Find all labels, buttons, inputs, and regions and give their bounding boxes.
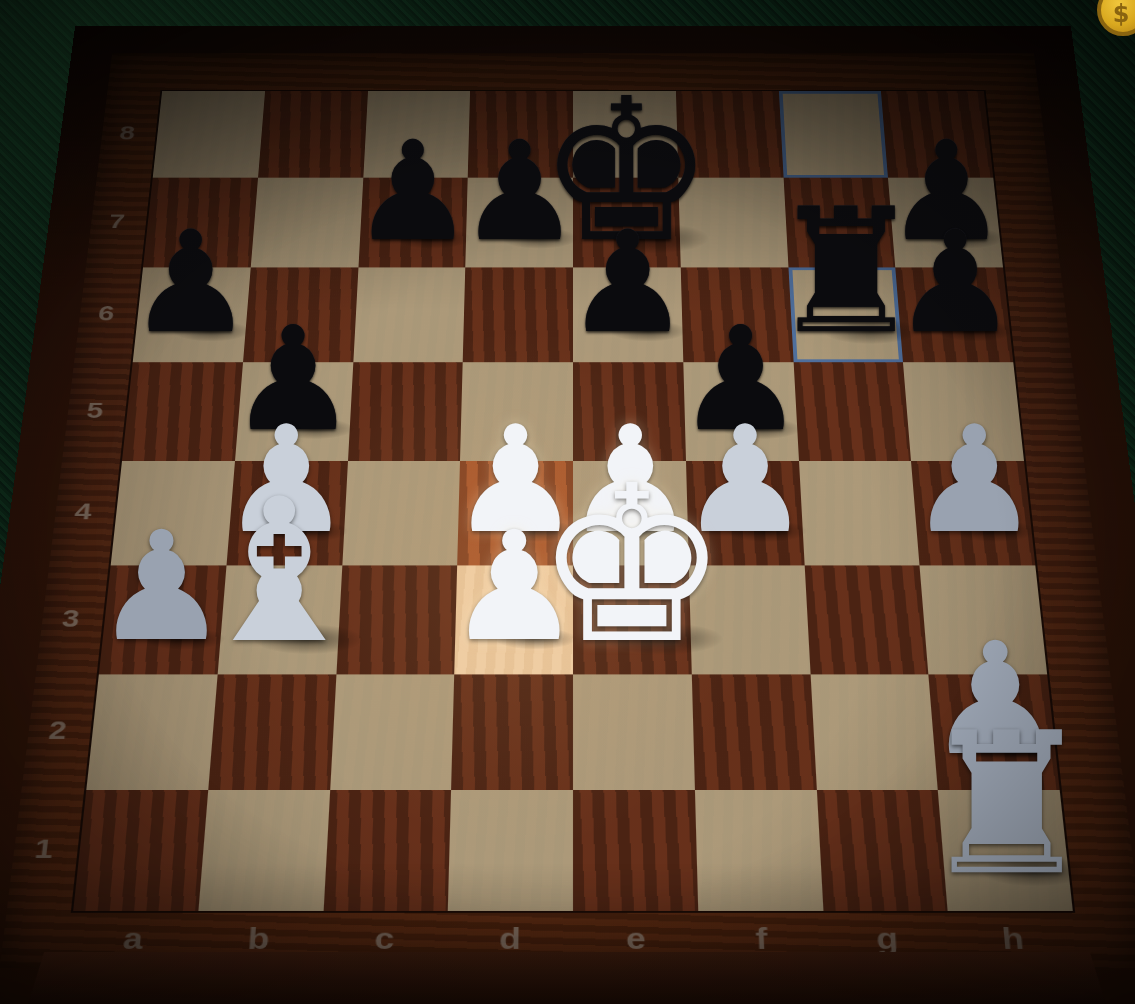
rank-label-1: 1 bbox=[9, 833, 78, 864]
file-label-f: f bbox=[728, 921, 796, 956]
square-f2[interactable] bbox=[692, 674, 817, 789]
file-label-a: a bbox=[98, 921, 168, 956]
square-g3[interactable] bbox=[804, 565, 928, 674]
file-label-h: h bbox=[978, 921, 1048, 956]
rank-label-8: 8 bbox=[98, 122, 156, 144]
piece-white-rook-h1[interactable]: ♜ bbox=[919, 707, 1094, 903]
piece-black-pawn-c7[interactable]: ♟ bbox=[351, 123, 474, 260]
file-label-d: d bbox=[476, 921, 543, 956]
square-a1[interactable] bbox=[73, 790, 208, 911]
piece-white-king-e3[interactable]: ♚ bbox=[535, 457, 729, 674]
piece-white-bishop-b3[interactable]: ♝ bbox=[190, 472, 368, 670]
square-c6[interactable] bbox=[353, 267, 466, 361]
square-e2[interactable] bbox=[573, 674, 695, 789]
game-table-background: 87654321abcdefgh ♚♟♟♟♟♟♜♟♟♟♟♟♟♟♟♟♝♟♚♟♜ $ bbox=[0, 0, 1135, 1004]
file-label-g: g bbox=[853, 921, 922, 956]
piece-black-pawn-h6[interactable]: ♟ bbox=[892, 213, 1018, 353]
rank-label-2: 2 bbox=[24, 716, 91, 746]
square-b2[interactable] bbox=[208, 674, 336, 789]
file-label-c: c bbox=[350, 921, 418, 956]
square-b7[interactable] bbox=[250, 177, 362, 267]
square-b1[interactable] bbox=[198, 790, 330, 911]
board-frame-front-edge bbox=[28, 952, 1106, 1004]
square-a2[interactable] bbox=[86, 674, 217, 789]
square-c1[interactable] bbox=[323, 790, 451, 911]
square-d2[interactable] bbox=[451, 674, 573, 789]
piece-black-pawn-e6[interactable]: ♟ bbox=[565, 213, 691, 353]
square-e1[interactable] bbox=[573, 790, 698, 911]
piece-black-pawn-d7[interactable]: ♟ bbox=[458, 123, 581, 260]
dollar-icon: $ bbox=[1113, 0, 1130, 28]
coin-indicator[interactable]: $ bbox=[1097, 0, 1135, 36]
square-c2[interactable] bbox=[330, 674, 455, 789]
square-c5[interactable] bbox=[348, 362, 463, 461]
square-g8[interactable] bbox=[778, 91, 888, 177]
square-d1[interactable] bbox=[448, 790, 573, 911]
square-f1[interactable] bbox=[695, 790, 823, 911]
piece-white-pawn-h4[interactable]: ♟ bbox=[908, 407, 1040, 554]
square-g4[interactable] bbox=[799, 461, 920, 565]
file-label-e: e bbox=[602, 921, 669, 956]
file-label-b: b bbox=[224, 921, 293, 956]
square-a8[interactable] bbox=[153, 91, 265, 177]
rank-label-5: 5 bbox=[64, 397, 126, 422]
